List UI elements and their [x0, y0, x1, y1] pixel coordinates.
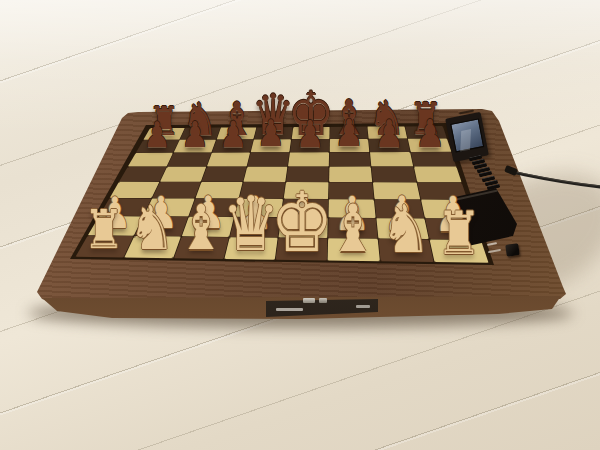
piece-white-rook-a1[interactable]: ♜: [84, 203, 125, 257]
piece-black-pawn-e7[interactable]: ♟: [296, 116, 324, 153]
lcd-glare: [460, 129, 471, 151]
piece-black-pawn-g7[interactable]: ♟: [375, 115, 404, 153]
piece-white-king-e1[interactable]: ♚: [270, 182, 333, 265]
piece-black-pawn-b7[interactable]: ♟: [181, 117, 208, 153]
piece-white-bishop-f1[interactable]: ♝: [329, 197, 378, 262]
piece-white-rook-h1[interactable]: ♜: [436, 203, 482, 263]
lcd-screen: [450, 118, 484, 152]
piece-black-pawn-f7[interactable]: ♟: [335, 115, 364, 153]
photo-of-electronic-chessboard: ♜♞♝♛♚♝♞♜♟♟♟♟♟♟♟♟♟♟♟♟♟♟♟♟♜♞♝♛♚♝♞♜: [0, 0, 600, 450]
piece-black-pawn-h7[interactable]: ♟: [415, 114, 444, 153]
piece-black-pawn-a7[interactable]: ♟: [144, 118, 171, 153]
piece-black-pawn-d7[interactable]: ♟: [257, 116, 285, 153]
power-switch[interactable]: [505, 243, 520, 257]
piece-white-knight-g1[interactable]: ♞: [380, 197, 430, 263]
piece-white-bishop-c1[interactable]: ♝: [178, 198, 225, 260]
piece-black-pawn-c7[interactable]: ♟: [219, 117, 247, 153]
piece-white-knight-b1[interactable]: ♞: [129, 198, 175, 259]
